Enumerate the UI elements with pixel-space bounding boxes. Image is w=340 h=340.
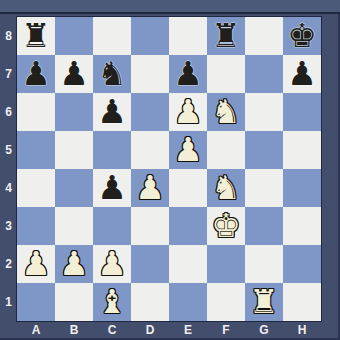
square-e3[interactable] xyxy=(169,207,207,245)
square-c1[interactable]: ♝ xyxy=(93,283,131,321)
square-e8[interactable] xyxy=(169,17,207,55)
rank-label-2: 2 xyxy=(0,245,17,283)
square-b3[interactable] xyxy=(55,207,93,245)
piece-white-pawn[interactable]: ♟ xyxy=(173,93,203,131)
piece-white-pawn[interactable]: ♟ xyxy=(59,245,89,283)
square-h4[interactable] xyxy=(283,169,321,207)
file-label-g: G xyxy=(245,321,283,338)
piece-white-knight[interactable]: ♞ xyxy=(211,93,241,131)
square-h6[interactable] xyxy=(283,93,321,131)
square-d2[interactable] xyxy=(131,245,169,283)
square-c5[interactable] xyxy=(93,131,131,169)
square-b7[interactable]: ♟ xyxy=(55,55,93,93)
square-c6[interactable]: ♟ xyxy=(93,93,131,131)
square-g5[interactable] xyxy=(245,131,283,169)
square-f7[interactable] xyxy=(207,55,245,93)
piece-black-pawn[interactable]: ♟ xyxy=(97,169,127,207)
piece-white-knight[interactable]: ♞ xyxy=(211,169,241,207)
square-h8[interactable]: ♚ xyxy=(283,17,321,55)
file-label-e: E xyxy=(169,321,207,338)
square-d6[interactable] xyxy=(131,93,169,131)
square-g1[interactable]: ♜ xyxy=(245,283,283,321)
file-label-c: C xyxy=(93,321,131,338)
piece-black-pawn[interactable]: ♟ xyxy=(173,55,203,93)
rank-label-5: 5 xyxy=(0,131,17,169)
square-a5[interactable] xyxy=(17,131,55,169)
square-h7[interactable]: ♟ xyxy=(283,55,321,93)
chess-board: ♜♜♚♟♟♞♟♟♟♟♞♟♟♟♞♚♟♟♟♝♜ xyxy=(17,17,321,321)
file-label-h: H xyxy=(283,321,321,338)
square-c4[interactable]: ♟ xyxy=(93,169,131,207)
square-e5[interactable]: ♟ xyxy=(169,131,207,169)
square-e6[interactable]: ♟ xyxy=(169,93,207,131)
square-d1[interactable] xyxy=(131,283,169,321)
piece-black-pawn[interactable]: ♟ xyxy=(59,55,89,93)
square-h3[interactable] xyxy=(283,207,321,245)
square-b5[interactable] xyxy=(55,131,93,169)
square-e7[interactable]: ♟ xyxy=(169,55,207,93)
piece-white-pawn[interactable]: ♟ xyxy=(97,245,127,283)
square-h1[interactable] xyxy=(283,283,321,321)
square-a1[interactable] xyxy=(17,283,55,321)
rank-label-7: 7 xyxy=(0,55,17,93)
square-c8[interactable] xyxy=(93,17,131,55)
square-d4[interactable]: ♟ xyxy=(131,169,169,207)
square-g3[interactable] xyxy=(245,207,283,245)
square-f5[interactable] xyxy=(207,131,245,169)
piece-black-pawn[interactable]: ♟ xyxy=(97,93,127,131)
file-label-a: A xyxy=(17,321,55,338)
piece-black-knight[interactable]: ♞ xyxy=(97,55,127,93)
frame-top-highlight xyxy=(0,0,340,14)
rank-label-6: 6 xyxy=(0,93,17,131)
square-b1[interactable] xyxy=(55,283,93,321)
square-e4[interactable] xyxy=(169,169,207,207)
square-b4[interactable] xyxy=(55,169,93,207)
file-label-f: F xyxy=(207,321,245,338)
rank-label-4: 4 xyxy=(0,169,17,207)
square-b6[interactable] xyxy=(55,93,93,131)
square-g6[interactable] xyxy=(245,93,283,131)
piece-white-rook[interactable]: ♜ xyxy=(249,283,279,321)
square-f1[interactable] xyxy=(207,283,245,321)
square-d3[interactable] xyxy=(131,207,169,245)
square-f2[interactable] xyxy=(207,245,245,283)
square-a6[interactable] xyxy=(17,93,55,131)
file-label-b: B xyxy=(55,321,93,338)
piece-white-pawn[interactable]: ♟ xyxy=(21,245,51,283)
square-g8[interactable] xyxy=(245,17,283,55)
square-a4[interactable] xyxy=(17,169,55,207)
piece-black-rook[interactable]: ♜ xyxy=(211,17,241,55)
piece-black-rook[interactable]: ♜ xyxy=(21,17,51,55)
square-e2[interactable] xyxy=(169,245,207,283)
square-f8[interactable]: ♜ xyxy=(207,17,245,55)
square-g4[interactable] xyxy=(245,169,283,207)
square-b8[interactable] xyxy=(55,17,93,55)
square-h5[interactable] xyxy=(283,131,321,169)
file-label-d: D xyxy=(131,321,169,338)
chess-diagram-frame: ♜♜♚♟♟♞♟♟♟♟♞♟♟♟♞♚♟♟♟♝♜ 87654321 ABCDEFGH xyxy=(0,0,340,340)
square-d8[interactable] xyxy=(131,17,169,55)
rank-label-8: 8 xyxy=(0,17,17,55)
piece-black-pawn[interactable]: ♟ xyxy=(287,55,317,93)
piece-white-bishop[interactable]: ♝ xyxy=(97,283,127,321)
square-c7[interactable]: ♞ xyxy=(93,55,131,93)
rank-label-1: 1 xyxy=(0,283,17,321)
square-a7[interactable]: ♟ xyxy=(17,55,55,93)
square-e1[interactable] xyxy=(169,283,207,321)
piece-white-king[interactable]: ♚ xyxy=(211,207,241,245)
piece-white-pawn[interactable]: ♟ xyxy=(135,169,165,207)
square-g2[interactable] xyxy=(245,245,283,283)
piece-white-pawn[interactable]: ♟ xyxy=(173,131,203,169)
square-a3[interactable] xyxy=(17,207,55,245)
square-a2[interactable]: ♟ xyxy=(17,245,55,283)
rank-label-3: 3 xyxy=(0,207,17,245)
square-f6[interactable]: ♞ xyxy=(207,93,245,131)
square-c3[interactable] xyxy=(93,207,131,245)
piece-black-king[interactable]: ♚ xyxy=(287,17,317,55)
square-d7[interactable] xyxy=(131,55,169,93)
square-f3[interactable]: ♚ xyxy=(207,207,245,245)
square-f4[interactable]: ♞ xyxy=(207,169,245,207)
square-a8[interactable]: ♜ xyxy=(17,17,55,55)
square-g7[interactable] xyxy=(245,55,283,93)
square-d5[interactable] xyxy=(131,131,169,169)
square-c2[interactable]: ♟ xyxy=(93,245,131,283)
piece-black-pawn[interactable]: ♟ xyxy=(21,55,51,93)
square-b2[interactable]: ♟ xyxy=(55,245,93,283)
square-h2[interactable] xyxy=(283,245,321,283)
